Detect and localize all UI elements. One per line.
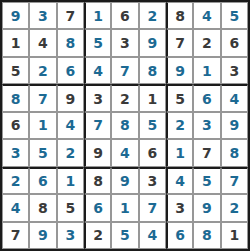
cell-r5c4[interactable]: 7 [84,112,111,139]
cell-r8c1[interactable]: 4 [2,194,29,221]
cell-r2c5[interactable]: 3 [111,29,138,56]
cell-r8c6[interactable]: 7 [139,194,166,221]
cell-r8c2[interactable]: 8 [29,194,56,221]
cell-r1c5[interactable]: 6 [111,2,138,29]
cell-r7c8[interactable]: 5 [193,167,220,194]
cell-r5c2[interactable]: 1 [29,112,56,139]
cell-r6c2[interactable]: 5 [29,139,56,166]
cell-r2c3[interactable]: 8 [57,29,84,56]
cell-r2c9[interactable]: 6 [221,29,248,56]
cell-r3c3[interactable]: 6 [57,57,84,84]
cell-r7c4[interactable]: 8 [84,167,111,194]
cell-r3c9[interactable]: 3 [221,57,248,84]
cell-r5c1[interactable]: 6 [2,112,29,139]
cell-r4c4[interactable]: 3 [84,84,111,111]
cell-r8c5[interactable]: 1 [111,194,138,221]
cell-r3c4[interactable]: 4 [84,57,111,84]
cell-r4c3[interactable]: 9 [57,84,84,111]
cell-r3c8[interactable]: 1 [193,57,220,84]
cell-r1c4[interactable]: 1 [84,2,111,29]
cell-r8c8[interactable]: 9 [193,194,220,221]
cell-r6c9[interactable]: 8 [221,139,248,166]
cell-r2c6[interactable]: 9 [139,29,166,56]
cell-r9c3[interactable]: 3 [57,222,84,249]
cell-r7c5[interactable]: 9 [111,167,138,194]
cell-r6c8[interactable]: 7 [193,139,220,166]
cell-r5c9[interactable]: 9 [221,112,248,139]
cell-r8c4[interactable]: 6 [84,194,111,221]
cell-r7c3[interactable]: 1 [57,167,84,194]
cell-r9c8[interactable]: 8 [193,222,220,249]
cell-r6c5[interactable]: 4 [111,139,138,166]
cell-r2c7[interactable]: 7 [166,29,193,56]
cell-r3c5[interactable]: 7 [111,57,138,84]
cell-r2c8[interactable]: 2 [193,29,220,56]
cell-r1c9[interactable]: 5 [221,2,248,29]
cell-r6c4[interactable]: 9 [84,139,111,166]
cell-r4c5[interactable]: 2 [111,84,138,111]
cell-r4c7[interactable]: 5 [166,84,193,111]
cell-r9c5[interactable]: 5 [111,222,138,249]
cell-r1c3[interactable]: 7 [57,2,84,29]
cell-r4c1[interactable]: 8 [2,84,29,111]
cell-r3c1[interactable]: 5 [2,57,29,84]
cell-r9c1[interactable]: 7 [2,222,29,249]
cell-r9c2[interactable]: 9 [29,222,56,249]
cell-r9c6[interactable]: 4 [139,222,166,249]
cell-r2c1[interactable]: 1 [2,29,29,56]
cell-r7c2[interactable]: 6 [29,167,56,194]
cell-r1c8[interactable]: 4 [193,2,220,29]
cell-r1c1[interactable]: 9 [2,2,29,29]
cell-r4c9[interactable]: 4 [221,84,248,111]
cell-r4c2[interactable]: 7 [29,84,56,111]
cell-r3c6[interactable]: 8 [139,57,166,84]
cell-r9c4[interactable]: 2 [84,222,111,249]
cell-r8c3[interactable]: 5 [57,194,84,221]
cell-r7c9[interactable]: 7 [221,167,248,194]
cell-r4c6[interactable]: 1 [139,84,166,111]
cell-r5c3[interactable]: 4 [57,112,84,139]
cell-r2c2[interactable]: 4 [29,29,56,56]
sudoku-board: 9371628451485397265264789138793215646147… [0,0,250,251]
cell-r1c2[interactable]: 3 [29,2,56,29]
cell-r1c6[interactable]: 2 [139,2,166,29]
cell-r5c5[interactable]: 8 [111,112,138,139]
cell-r3c2[interactable]: 2 [29,57,56,84]
cell-r7c1[interactable]: 2 [2,167,29,194]
cell-r9c7[interactable]: 6 [166,222,193,249]
cell-r5c8[interactable]: 3 [193,112,220,139]
cell-r3c7[interactable]: 9 [166,57,193,84]
cell-r6c3[interactable]: 2 [57,139,84,166]
cell-r5c6[interactable]: 5 [139,112,166,139]
cell-r9c9[interactable]: 1 [221,222,248,249]
cell-r2c4[interactable]: 5 [84,29,111,56]
cell-r7c7[interactable]: 4 [166,167,193,194]
cell-r8c9[interactable]: 2 [221,194,248,221]
cell-r5c7[interactable]: 2 [166,112,193,139]
cell-r7c6[interactable]: 3 [139,167,166,194]
cell-r4c8[interactable]: 6 [193,84,220,111]
cell-r1c7[interactable]: 8 [166,2,193,29]
cell-r6c6[interactable]: 6 [139,139,166,166]
cell-r8c7[interactable]: 3 [166,194,193,221]
cell-r6c1[interactable]: 3 [2,139,29,166]
cell-r6c7[interactable]: 1 [166,139,193,166]
